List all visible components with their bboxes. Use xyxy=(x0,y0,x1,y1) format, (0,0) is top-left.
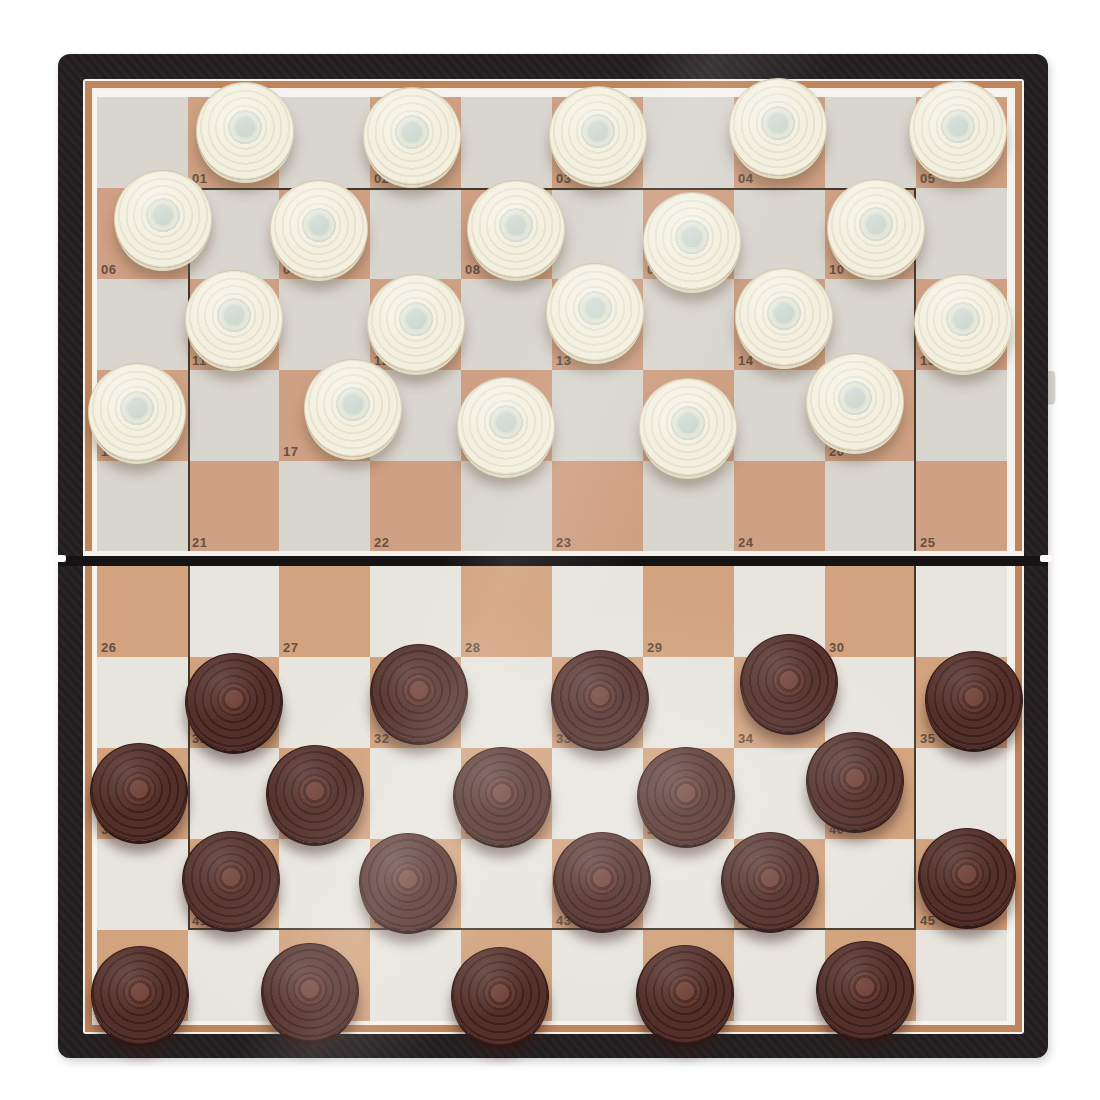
light-piece-square-15[interactable] xyxy=(914,274,1012,372)
dark-piece-square-44[interactable] xyxy=(721,832,819,930)
dark-piece-square-45[interactable] xyxy=(918,828,1016,926)
light-piece-square-4[interactable] xyxy=(729,78,827,176)
dark-piece-square-46[interactable] xyxy=(91,946,189,1044)
light-piece-square-7[interactable] xyxy=(270,180,368,278)
light-piece-square-18[interactable] xyxy=(457,377,555,475)
light-piece-square-2[interactable] xyxy=(363,87,461,185)
light-piece-square-3[interactable] xyxy=(549,86,647,184)
dark-piece-square-41[interactable] xyxy=(182,831,280,929)
dark-piece-square-49[interactable] xyxy=(636,945,734,1043)
dark-piece-square-33[interactable] xyxy=(551,650,649,748)
light-piece-square-9[interactable] xyxy=(643,192,741,290)
dark-piece-square-47[interactable] xyxy=(261,943,359,1041)
light-piece-square-19[interactable] xyxy=(639,378,737,476)
dark-piece-square-34[interactable] xyxy=(740,634,838,732)
dark-piece-square-37[interactable] xyxy=(266,745,364,843)
light-piece-square-20[interactable] xyxy=(806,353,904,451)
light-piece-square-16[interactable] xyxy=(88,363,186,461)
dark-piece-square-38[interactable] xyxy=(453,747,551,845)
dark-piece-square-31[interactable] xyxy=(185,653,283,751)
light-piece-square-14[interactable] xyxy=(735,268,833,366)
dark-piece-square-36[interactable] xyxy=(90,743,188,841)
light-piece-square-13[interactable] xyxy=(546,263,644,361)
light-piece-square-10[interactable] xyxy=(827,179,925,277)
light-piece-square-1[interactable] xyxy=(196,82,294,180)
dark-piece-square-50[interactable] xyxy=(816,941,914,1039)
board-photo: 0102030405060708091011121314151617181920… xyxy=(0,0,1100,1100)
dark-piece-square-43[interactable] xyxy=(553,832,651,930)
light-piece-square-11[interactable] xyxy=(185,270,283,368)
light-piece-square-6[interactable] xyxy=(114,170,212,268)
pieces-layer xyxy=(0,0,1100,1100)
dark-piece-square-40[interactable] xyxy=(806,732,904,830)
light-piece-square-17[interactable] xyxy=(304,359,402,457)
dark-piece-square-32[interactable] xyxy=(370,644,468,742)
dark-piece-square-39[interactable] xyxy=(637,747,735,845)
light-piece-square-12[interactable] xyxy=(367,274,465,372)
dark-piece-square-35[interactable] xyxy=(925,651,1023,749)
dark-piece-square-48[interactable] xyxy=(451,947,549,1045)
dark-piece-square-42[interactable] xyxy=(359,833,457,931)
light-piece-square-5[interactable] xyxy=(909,81,1007,179)
light-piece-square-8[interactable] xyxy=(467,180,565,278)
